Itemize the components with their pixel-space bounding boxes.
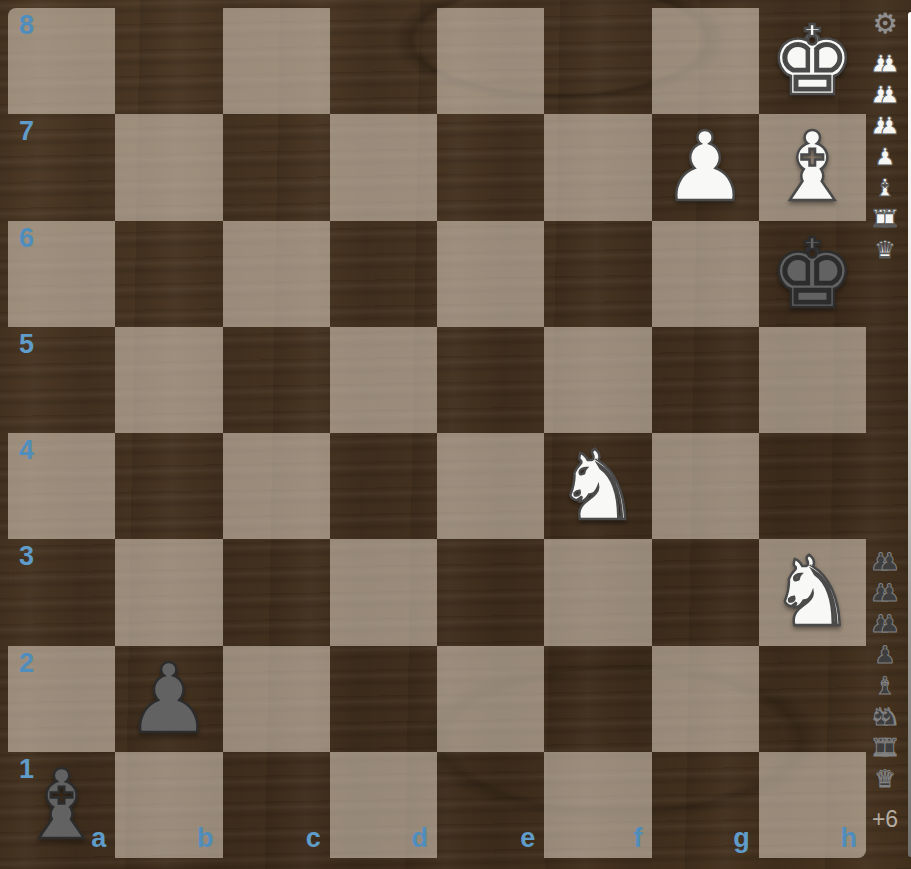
square-c1[interactable]: c — [223, 752, 330, 858]
captured-white-pawn-pair-icon: ♟♟ — [870, 79, 900, 110]
square-d4[interactable] — [330, 433, 437, 539]
rank-label-5: 5 — [19, 331, 34, 358]
rank-label-8: 8 — [19, 12, 34, 39]
square-e5[interactable] — [437, 327, 544, 433]
captured-black-pawn-pair-icon: ♟♟ — [870, 577, 900, 608]
square-a3[interactable]: 3 — [8, 539, 115, 645]
material-sidebar: ⚙ ♟♟♟♟♟♟♟♝♜♜♛ ♟♟♟♟♟♟♟♝♞♞♜♜♛ +6 — [862, 0, 908, 869]
square-g4[interactable] — [652, 433, 759, 539]
captured-black-pawn-icon: ♟ — [874, 639, 896, 670]
square-h2[interactable] — [759, 646, 866, 752]
rank-label-7: 7 — [19, 118, 34, 145]
square-e8[interactable] — [437, 8, 544, 114]
file-label-d: d — [412, 825, 429, 852]
file-label-f: f — [634, 825, 643, 852]
black-pawn[interactable]: ♟ — [115, 646, 222, 752]
square-f1[interactable]: f — [544, 752, 651, 858]
square-e4[interactable] — [437, 433, 544, 539]
square-e3[interactable] — [437, 539, 544, 645]
rank-label-2: 2 — [19, 650, 34, 677]
captured-white-pawn-pair-icon: ♟♟ — [870, 110, 900, 141]
rank-label-4: 4 — [19, 437, 34, 464]
square-d1[interactable]: d — [330, 752, 437, 858]
black-king[interactable]: ♚ — [759, 221, 866, 327]
chess-app: 8♚7♟♝6♚54♞3♞2♟1a♝bcdefgh ⚙ ♟♟♟♟♟♟♟♝♜♜♛ ♟… — [0, 0, 911, 869]
square-f2[interactable] — [544, 646, 651, 752]
square-d8[interactable] — [330, 8, 437, 114]
square-c4[interactable] — [223, 433, 330, 539]
square-h3[interactable]: ♞ — [759, 539, 866, 645]
square-e6[interactable] — [437, 221, 544, 327]
file-label-b: b — [197, 825, 214, 852]
square-d2[interactable] — [330, 646, 437, 752]
white-knight[interactable]: ♞ — [759, 539, 866, 645]
square-b4[interactable] — [115, 433, 222, 539]
square-b8[interactable] — [115, 8, 222, 114]
captured-black-rook-pair-icon: ♜♜ — [870, 732, 900, 763]
black-bishop[interactable]: ♝ — [8, 752, 115, 858]
square-c3[interactable] — [223, 539, 330, 645]
captured-black-bishop-icon: ♝ — [874, 670, 896, 701]
square-b2[interactable]: ♟ — [115, 646, 222, 752]
white-bishop[interactable]: ♝ — [759, 114, 866, 220]
square-a8[interactable]: 8 — [8, 8, 115, 114]
captured-white-pieces-tray: ♟♟♟♟♟♟♟♝♜♜♛ — [862, 48, 908, 265]
square-h4[interactable] — [759, 433, 866, 539]
square-h8[interactable]: ♚ — [759, 8, 866, 114]
file-label-h: h — [841, 825, 858, 852]
square-a5[interactable]: 5 — [8, 327, 115, 433]
square-b7[interactable] — [115, 114, 222, 220]
square-g1[interactable]: g — [652, 752, 759, 858]
rank-label-3: 3 — [19, 543, 34, 570]
captured-white-pawn-pair-icon: ♟♟ — [870, 48, 900, 79]
captured-white-queen-icon: ♛ — [874, 234, 896, 265]
square-g3[interactable] — [652, 539, 759, 645]
white-pawn[interactable]: ♟ — [652, 114, 759, 220]
square-b3[interactable] — [115, 539, 222, 645]
square-f4[interactable]: ♞ — [544, 433, 651, 539]
square-f3[interactable] — [544, 539, 651, 645]
file-label-c: c — [306, 825, 321, 852]
square-h5[interactable] — [759, 327, 866, 433]
white-knight[interactable]: ♞ — [544, 433, 651, 539]
square-d5[interactable] — [330, 327, 437, 433]
square-c7[interactable] — [223, 114, 330, 220]
square-h7[interactable]: ♝ — [759, 114, 866, 220]
square-c2[interactable] — [223, 646, 330, 752]
square-d7[interactable] — [330, 114, 437, 220]
captured-white-rook-pair-icon: ♜♜ — [870, 203, 900, 234]
square-f8[interactable] — [544, 8, 651, 114]
square-d3[interactable] — [330, 539, 437, 645]
captured-white-bishop-icon: ♝ — [874, 172, 896, 203]
square-g8[interactable] — [652, 8, 759, 114]
captured-black-queen-icon: ♛ — [874, 763, 896, 794]
square-a2[interactable]: 2 — [8, 646, 115, 752]
square-a4[interactable]: 4 — [8, 433, 115, 539]
material-advantage: +6 — [862, 806, 908, 833]
captured-white-pawn-icon: ♟ — [874, 141, 896, 172]
square-a6[interactable]: 6 — [8, 221, 115, 327]
square-d6[interactable] — [330, 221, 437, 327]
square-a1[interactable]: 1a♝ — [8, 752, 115, 858]
square-h6[interactable]: ♚ — [759, 221, 866, 327]
square-b5[interactable] — [115, 327, 222, 433]
file-label-g: g — [733, 825, 750, 852]
captured-black-pawn-pair-icon: ♟♟ — [870, 608, 900, 639]
square-g6[interactable] — [652, 221, 759, 327]
square-c5[interactable] — [223, 327, 330, 433]
square-e1[interactable]: e — [437, 752, 544, 858]
square-g7[interactable]: ♟ — [652, 114, 759, 220]
chess-board: 8♚7♟♝6♚54♞3♞2♟1a♝bcdefgh — [8, 8, 866, 858]
square-e2[interactable] — [437, 646, 544, 752]
square-g2[interactable] — [652, 646, 759, 752]
square-g5[interactable] — [652, 327, 759, 433]
square-b6[interactable] — [115, 221, 222, 327]
square-b1[interactable]: b — [115, 752, 222, 858]
captured-black-pieces-tray: ♟♟♟♟♟♟♟♝♞♞♜♜♛ — [862, 546, 908, 794]
square-f7[interactable] — [544, 114, 651, 220]
square-f6[interactable] — [544, 221, 651, 327]
square-f5[interactable] — [544, 327, 651, 433]
square-c6[interactable] — [223, 221, 330, 327]
settings-gear-icon[interactable]: ⚙ — [862, 10, 908, 38]
square-c8[interactable] — [223, 8, 330, 114]
white-king[interactable]: ♚ — [759, 8, 866, 114]
captured-black-pawn-pair-icon: ♟♟ — [870, 546, 900, 577]
rank-label-6: 6 — [19, 225, 34, 252]
square-e7[interactable] — [437, 114, 544, 220]
square-a7[interactable]: 7 — [8, 114, 115, 220]
captured-black-knight-pair-icon: ♞♞ — [870, 701, 900, 732]
file-label-e: e — [520, 825, 535, 852]
square-h1[interactable]: h — [759, 752, 866, 858]
